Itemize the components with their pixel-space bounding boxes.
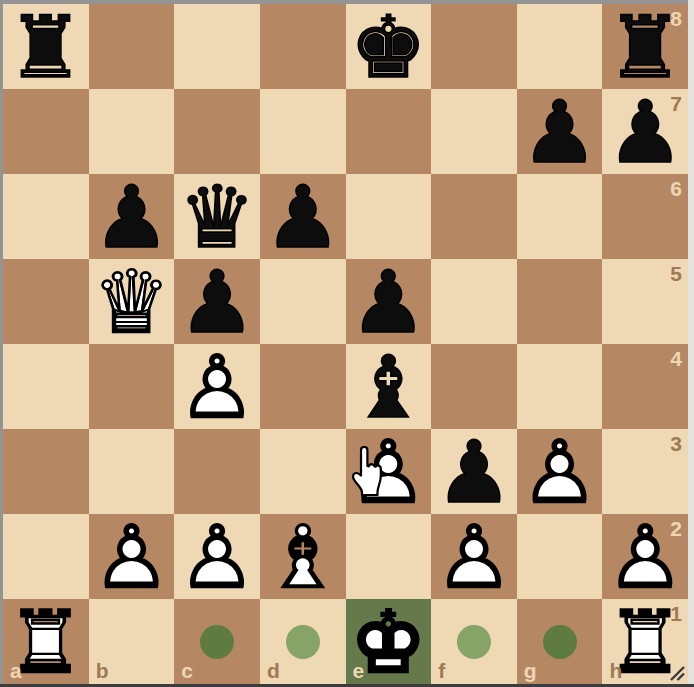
square-d2[interactable]: ♝♗: [260, 514, 346, 599]
square-h4[interactable]: 4: [602, 344, 688, 429]
square-c2[interactable]: ♟♙: [174, 514, 260, 599]
square-c6[interactable]: ♛♕: [174, 174, 260, 259]
piece-outline-glyph: ♙: [435, 514, 512, 600]
square-e5[interactable]: ♟♙: [346, 259, 432, 344]
piece-glyph: ♜: [7, 4, 84, 90]
piece-outline-glyph: ♕: [93, 259, 170, 345]
square-d8[interactable]: [260, 4, 346, 89]
white-pawn-c2[interactable]: ♟♙: [174, 514, 260, 599]
square-f7[interactable]: [431, 89, 517, 174]
square-h7[interactable]: ♟♙7: [602, 89, 688, 174]
square-d5[interactable]: [260, 259, 346, 344]
square-c7[interactable]: [174, 89, 260, 174]
rank-label-6: 6: [670, 178, 682, 199]
white-bishop-d2[interactable]: ♝♗: [260, 514, 346, 599]
white-pawn-f2[interactable]: ♟♙: [431, 514, 517, 599]
square-d6[interactable]: ♟♙: [260, 174, 346, 259]
file-label-f: f: [438, 660, 445, 681]
square-c1[interactable]: c: [174, 599, 260, 684]
piece-glyph: ♝: [350, 344, 427, 430]
square-c3[interactable]: [174, 429, 260, 514]
square-b3[interactable]: [89, 429, 175, 514]
square-e6[interactable]: [346, 174, 432, 259]
square-a2[interactable]: [3, 514, 89, 599]
square-b4[interactable]: [89, 344, 175, 429]
square-e2[interactable]: [346, 514, 432, 599]
square-h6[interactable]: 6: [602, 174, 688, 259]
file-label-d: d: [267, 660, 280, 681]
square-b6[interactable]: ♟♙: [89, 174, 175, 259]
window-right-edge: [688, 0, 694, 687]
square-a8[interactable]: ♜♖: [3, 4, 89, 89]
square-d1[interactable]: d: [260, 599, 346, 684]
square-c4[interactable]: ♟♙: [174, 344, 260, 429]
file-label-e: e: [353, 660, 365, 681]
square-g4[interactable]: [517, 344, 603, 429]
piece-glyph: ♟: [93, 174, 170, 260]
white-pawn-c4[interactable]: ♟♙: [174, 344, 260, 429]
square-f5[interactable]: [431, 259, 517, 344]
square-c8[interactable]: [174, 4, 260, 89]
hand-pointer-cursor-icon: [349, 446, 383, 498]
legal-move-dot-d1[interactable]: [286, 625, 320, 659]
rank-label-5: 5: [670, 263, 682, 284]
piece-outline-glyph: ♙: [179, 514, 256, 600]
file-label-h: h: [609, 660, 622, 681]
chess-app: { "game": "chess", "position": { "fen": …: [0, 0, 694, 687]
square-f1[interactable]: f: [431, 599, 517, 684]
black-queen-c6[interactable]: ♛♕: [174, 174, 260, 259]
square-e8[interactable]: ♚♔: [346, 4, 432, 89]
rank-label-8: 8: [670, 8, 682, 29]
square-g3[interactable]: ♟♙: [517, 429, 603, 514]
square-f4[interactable]: [431, 344, 517, 429]
piece-outline-glyph: ♙: [521, 429, 598, 515]
square-g2[interactable]: [517, 514, 603, 599]
file-label-g: g: [524, 660, 537, 681]
square-b2[interactable]: ♟♙: [89, 514, 175, 599]
piece-glyph: ♟: [521, 89, 598, 175]
square-g7[interactable]: ♟♙: [517, 89, 603, 174]
square-e4[interactable]: ♝♗: [346, 344, 432, 429]
square-g6[interactable]: [517, 174, 603, 259]
square-b1[interactable]: b: [89, 599, 175, 684]
chess-board[interactable]: ♜♖♚♔♜♖8♟♙♟♙7♟♙♛♕♟♙6♛♕♟♙♟♙5♟♙♝♗4♟♙♟♙♟♙3♟♙…: [3, 4, 688, 684]
piece-outline-glyph: ♙: [179, 344, 256, 430]
square-e1[interactable]: ♚♔e: [346, 599, 432, 684]
square-f2[interactable]: ♟♙: [431, 514, 517, 599]
square-h2[interactable]: ♟♙2: [602, 514, 688, 599]
black-pawn-b6[interactable]: ♟♙: [89, 174, 175, 259]
white-pawn-b2[interactable]: ♟♙: [89, 514, 175, 599]
square-h3[interactable]: 3: [602, 429, 688, 514]
file-label-b: b: [96, 660, 109, 681]
board-resize-handle-icon[interactable]: [668, 664, 686, 682]
piece-glyph: ♛: [179, 174, 256, 260]
square-g1[interactable]: g: [517, 599, 603, 684]
square-h8[interactable]: ♜♖8: [602, 4, 688, 89]
black-pawn-d6[interactable]: ♟♙: [260, 174, 346, 259]
piece-glyph: ♟: [264, 174, 341, 260]
piece-outline-glyph: ♗: [264, 514, 341, 600]
square-a1[interactable]: ♜♖a: [3, 599, 89, 684]
legal-move-dot-g1[interactable]: [543, 625, 577, 659]
rank-label-3: 3: [670, 433, 682, 454]
square-a3[interactable]: [3, 429, 89, 514]
piece-glyph: ♟: [350, 259, 427, 345]
legal-move-dot-f1[interactable]: [457, 625, 491, 659]
white-queen-b5[interactable]: ♛♕: [89, 259, 175, 344]
black-pawn-e5[interactable]: ♟♙: [346, 259, 432, 344]
file-label-c: c: [181, 660, 193, 681]
black-pawn-g7[interactable]: ♟♙: [517, 89, 603, 174]
square-h1[interactable]: ♜♖1h: [602, 599, 688, 684]
white-pawn-g3[interactable]: ♟♙: [517, 429, 603, 514]
square-d7[interactable]: [260, 89, 346, 174]
square-a5[interactable]: [3, 259, 89, 344]
square-e7[interactable]: [346, 89, 432, 174]
piece-glyph: ♟: [179, 259, 256, 345]
black-bishop-e4[interactable]: ♝♗: [346, 344, 432, 429]
square-a7[interactable]: [3, 89, 89, 174]
file-label-a: a: [10, 660, 22, 681]
square-h5[interactable]: 5: [602, 259, 688, 344]
square-b7[interactable]: [89, 89, 175, 174]
square-b5[interactable]: ♛♕: [89, 259, 175, 344]
piece-glyph: ♚: [350, 4, 427, 90]
rank-label-2: 2: [670, 518, 682, 539]
black-pawn-c5[interactable]: ♟♙: [174, 259, 260, 344]
square-c5[interactable]: ♟♙: [174, 259, 260, 344]
square-f6[interactable]: [431, 174, 517, 259]
square-f3[interactable]: ♟♙: [431, 429, 517, 514]
square-g5[interactable]: [517, 259, 603, 344]
square-a6[interactable]: [3, 174, 89, 259]
rank-label-4: 4: [670, 348, 682, 369]
square-f8[interactable]: [431, 4, 517, 89]
black-pawn-f3[interactable]: ♟♙: [431, 429, 517, 514]
rank-label-1: 1: [670, 603, 682, 624]
square-d3[interactable]: [260, 429, 346, 514]
square-d4[interactable]: [260, 344, 346, 429]
black-king-e8[interactable]: ♚♔: [346, 4, 432, 89]
rank-label-7: 7: [670, 93, 682, 114]
legal-move-dot-c1[interactable]: [200, 625, 234, 659]
square-g8[interactable]: [517, 4, 603, 89]
square-a4[interactable]: [3, 344, 89, 429]
piece-outline-glyph: ♙: [93, 514, 170, 600]
black-rook-a8[interactable]: ♜♖: [3, 4, 89, 89]
piece-glyph: ♟: [435, 429, 512, 515]
square-b8[interactable]: [89, 4, 175, 89]
